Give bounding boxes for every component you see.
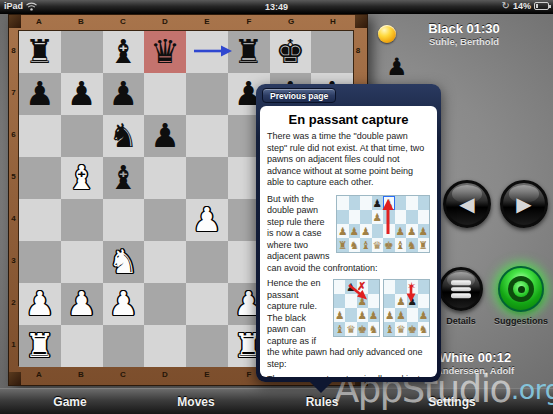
- mini-piece-wn: ♞: [407, 238, 416, 252]
- mini-square: ♝: [334, 322, 345, 336]
- white-pawn: ♟: [67, 283, 97, 325]
- mini-piece-wb: ♝: [385, 322, 394, 336]
- mini-square: [406, 210, 418, 224]
- square-e4[interactable]: ♟: [186, 199, 228, 241]
- popup-title: En passant capture: [267, 112, 430, 127]
- black-queen: ♛: [150, 31, 180, 73]
- mini-square: [418, 196, 430, 210]
- mini-square: ♟: [357, 308, 368, 322]
- mini-square: [384, 294, 395, 308]
- mini-square: ♛: [395, 322, 406, 336]
- black-knight: ♞: [109, 115, 139, 157]
- mini-square: ♟: [384, 308, 395, 322]
- suggestion-arrow-icon: [193, 44, 233, 58]
- coord-label: 7: [9, 72, 18, 114]
- mini-piece-wp: ♟: [407, 224, 416, 238]
- mini-piece-wp: ♟: [396, 224, 405, 238]
- status-time: 13:49: [0, 2, 553, 12]
- square-b4[interactable]: [61, 199, 103, 241]
- square-h8[interactable]: [311, 31, 353, 73]
- status-bar: iPad 13:49 ↻ 14%: [0, 0, 553, 14]
- coord-label: C: [102, 368, 144, 382]
- mini-square: ♟: [334, 308, 345, 322]
- mini-square: ♝: [395, 238, 407, 252]
- popup-tail-pointer: [308, 380, 334, 393]
- square-b7[interactable]: ♟: [61, 73, 103, 115]
- mini-square: ♞: [418, 322, 429, 336]
- mini-square: [418, 210, 430, 224]
- mini-square: ♟: [368, 308, 379, 322]
- chess-app-screen: { "game": "chess", "position": "r1bq1rk1…: [0, 0, 553, 414]
- square-a7[interactable]: ♟: [19, 73, 61, 115]
- mini-piece-wp: ♟: [361, 224, 370, 238]
- coord-label: B: [60, 15, 102, 29]
- white-pawn: ♟: [192, 199, 222, 241]
- square-a1[interactable]: ♜: [19, 325, 61, 367]
- square-e5[interactable]: [186, 157, 228, 199]
- mini-piece-wb: ♝: [361, 238, 370, 252]
- black-pawn: ♟: [109, 73, 139, 115]
- mini-square: [349, 196, 361, 210]
- popup-paragraph-outro: The en passant capture is allowed just a…: [267, 374, 430, 377]
- mini-square: [360, 210, 372, 224]
- previous-move-button[interactable]: ◀: [443, 180, 491, 228]
- red-arrow-up-icon: [381, 198, 395, 236]
- square-a2[interactable]: ♟: [19, 283, 61, 325]
- mini-square: [337, 210, 349, 224]
- coord-label: E: [186, 368, 228, 382]
- square-c5[interactable]: ♝: [103, 157, 145, 199]
- tab-moves[interactable]: Moves: [177, 395, 214, 409]
- mini-piece-wp: ♟: [335, 308, 344, 322]
- white-knight: ♞: [109, 241, 139, 283]
- mini-piece-wr: ♜: [338, 238, 347, 252]
- mini-square: [334, 280, 345, 294]
- coord-label: E: [186, 15, 228, 29]
- battery-percent: 14%: [513, 1, 531, 11]
- square-d8[interactable]: ♛: [144, 31, 186, 73]
- white-bishop: ♝: [67, 157, 97, 199]
- mini-square: ♟: [406, 224, 418, 238]
- square-d5[interactable]: [144, 157, 186, 199]
- square-b8[interactable]: [61, 31, 103, 73]
- mini-diagram-double-step: ♟♟♟♟♟♟♟♟♟♜♞♝♛♚♝♞♜: [336, 195, 430, 253]
- square-b5[interactable]: ♝: [61, 157, 103, 199]
- mini-square: [395, 196, 407, 210]
- mini-square: ♟: [395, 224, 407, 238]
- mini-piece-wp: ♟: [369, 308, 378, 322]
- square-a6[interactable]: [19, 115, 61, 157]
- mini-square: ♟: [418, 224, 430, 238]
- coord-label: B: [60, 368, 102, 382]
- black-pawn: ♟: [150, 115, 180, 157]
- square-c2[interactable]: ♟: [103, 283, 145, 325]
- red-arrow-diagonal-icon: [346, 282, 370, 304]
- square-c7[interactable]: ♟: [103, 73, 145, 115]
- mini-square: ♟: [395, 308, 406, 322]
- square-d7[interactable]: [144, 73, 186, 115]
- square-b6[interactable]: [61, 115, 103, 157]
- coord-label: F: [228, 15, 270, 29]
- coord-label: G: [270, 15, 312, 29]
- mini-piece-wk: ♚: [384, 238, 393, 252]
- mini-square: [337, 196, 349, 210]
- mini-square: ♜: [418, 238, 430, 252]
- mini-square: [406, 196, 418, 210]
- mini-piece-wp: ♟: [419, 224, 428, 238]
- mini-square: ♜: [337, 238, 349, 252]
- mini-square: ♚: [383, 238, 395, 252]
- popup-paragraph-intro: There was a time the "double pawn step" …: [267, 131, 430, 189]
- black-clock-time: Black 01:30: [408, 21, 520, 36]
- black-pawn: ♟: [25, 73, 55, 115]
- mini-square: ♞: [349, 238, 361, 252]
- square-a3[interactable]: [19, 241, 61, 283]
- square-d4[interactable]: [144, 199, 186, 241]
- square-a4[interactable]: [19, 199, 61, 241]
- popup-body: En passant capture There was a time the …: [260, 106, 437, 377]
- frame-corner: [355, 15, 367, 28]
- square-c8[interactable]: ♝: [103, 31, 145, 73]
- left-arrow-icon: ◀: [446, 183, 488, 225]
- mini-square: [418, 294, 429, 308]
- square-b2[interactable]: ♟: [61, 283, 103, 325]
- square-d3[interactable]: [144, 241, 186, 283]
- mini-square: [418, 280, 429, 294]
- coord-label: 4: [9, 198, 18, 240]
- suggestions-button[interactable]: [498, 266, 544, 312]
- square-e2[interactable]: [186, 283, 228, 325]
- mini-piece-wq: ♛: [346, 322, 355, 336]
- mini-piece-wr: ♜: [419, 238, 428, 252]
- square-f8[interactable]: ♜: [228, 31, 270, 73]
- coord-label: C: [102, 15, 144, 29]
- mini-piece-wn: ♞: [369, 322, 378, 336]
- rank-labels-left: 87654321: [9, 30, 18, 366]
- coord-label: A: [18, 15, 60, 29]
- white-pawn: ♟: [109, 283, 139, 325]
- mini-piece-wp: ♟: [338, 224, 347, 238]
- suggestions-label: Suggestions: [486, 316, 553, 326]
- rotation-lock-icon: ↻: [502, 1, 510, 11]
- square-g8[interactable]: ♚: [270, 31, 312, 73]
- square-c6[interactable]: ♞: [103, 115, 145, 157]
- coord-label: 3: [9, 240, 18, 282]
- square-d1[interactable]: [144, 325, 186, 367]
- rules-popup: Previous page En passant capture There w…: [256, 84, 441, 382]
- square-e7[interactable]: [186, 73, 228, 115]
- details-button[interactable]: [439, 267, 483, 311]
- mini-square: ♚: [407, 322, 418, 336]
- mini-square: ♞: [368, 322, 379, 336]
- mini-square: [345, 308, 356, 322]
- mini-square: ♟: [418, 308, 429, 322]
- square-c3[interactable]: ♞: [103, 241, 145, 283]
- coord-label: 6: [9, 114, 18, 156]
- black-pawn: ♟: [67, 73, 97, 115]
- square-d2[interactable]: [144, 283, 186, 325]
- mini-piece-wp: ♟: [350, 224, 359, 238]
- black-bishop: ♝: [109, 31, 139, 73]
- target-icon: [508, 276, 534, 302]
- tab-game[interactable]: Game: [53, 395, 86, 409]
- mini-piece-wp: ♟: [419, 308, 428, 322]
- square-a5[interactable]: [19, 157, 61, 199]
- black-king: ♚: [276, 31, 306, 73]
- mini-square: [384, 280, 395, 294]
- coord-label: D: [144, 368, 186, 382]
- coord-label: 1: [9, 324, 18, 366]
- white-rook: ♜: [25, 325, 55, 367]
- captured-black-pawn-icon: ♟: [386, 52, 408, 82]
- square-c4[interactable]: [103, 199, 145, 241]
- mini-square: ♟: [349, 224, 361, 238]
- mini-square: ♟: [337, 224, 349, 238]
- mini-square: ♞: [406, 238, 418, 252]
- mini-square: [334, 294, 345, 308]
- mini-piece-wk: ♚: [407, 322, 416, 336]
- next-move-button[interactable]: ▶: [500, 180, 548, 228]
- right-arrow-icon: ▶: [503, 183, 545, 225]
- mini-piece-wb: ♝: [396, 238, 405, 252]
- mini-square: [395, 210, 407, 224]
- mini-square: ♝: [384, 322, 395, 336]
- white-pawn: ♟: [25, 283, 55, 325]
- mini-diagram-en-passant: ♟♟♟♟♟♝♛♚♞ ✗ ♟♟♟♟♟♝♛♚♞ ✶: [333, 279, 430, 337]
- coord-label: H: [312, 15, 354, 29]
- mini-square: ♝: [360, 238, 372, 252]
- list-icon: [451, 280, 471, 298]
- mini-square: [360, 196, 372, 210]
- mini-piece-wq: ♛: [373, 238, 382, 252]
- square-d6[interactable]: ♟: [144, 115, 186, 157]
- coord-label: D: [144, 15, 186, 29]
- mini-square: ♛: [372, 238, 384, 252]
- square-b1[interactable]: [61, 325, 103, 367]
- mini-square: [407, 308, 418, 322]
- black-bishop: ♝: [109, 157, 139, 199]
- file-labels-top: ABCDEFGH: [18, 15, 354, 29]
- coord-label: 2: [9, 282, 18, 324]
- mini-square: ♟: [360, 224, 372, 238]
- coord-label: A: [18, 368, 60, 382]
- mini-piece-wb: ♝: [335, 322, 344, 336]
- black-clock: Black 01:30 Suhle, Berthold: [408, 21, 520, 47]
- coord-label: 5: [9, 156, 18, 198]
- mini-square: ♚: [357, 322, 368, 336]
- coord-label: 8: [9, 30, 18, 72]
- mini-square: ♛: [345, 322, 356, 336]
- battery-icon: [534, 2, 549, 10]
- square-c1[interactable]: [103, 325, 145, 367]
- turn-indicator-ball: [378, 25, 396, 43]
- watermark-org-suffix: .org: [511, 374, 553, 405]
- square-e6[interactable]: [186, 115, 228, 157]
- black-rook: ♜: [25, 31, 55, 73]
- mini-piece-wp: ♟: [396, 308, 405, 322]
- mini-piece-wk: ♚: [357, 322, 366, 336]
- mini-piece-wq: ♛: [396, 322, 405, 336]
- black-rook: ♜: [234, 31, 264, 73]
- square-b3[interactable]: [61, 241, 103, 283]
- mini-piece-wp: ♟: [385, 308, 394, 322]
- previous-page-button[interactable]: Previous page: [262, 88, 336, 103]
- red-arrow-down-icon: [404, 283, 418, 303]
- square-a8[interactable]: ♜: [19, 31, 61, 73]
- mini-piece-wn: ♞: [350, 238, 359, 252]
- square-e1[interactable]: [186, 325, 228, 367]
- mini-piece-wp: ♟: [357, 308, 366, 322]
- black-player-name: Suhle, Berthold: [408, 36, 520, 47]
- mini-piece-wn: ♞: [419, 322, 428, 336]
- mini-square: [349, 210, 361, 224]
- square-e3[interactable]: [186, 241, 228, 283]
